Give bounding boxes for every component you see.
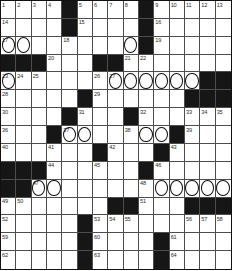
grid-cell[interactable] <box>32 233 47 251</box>
grid-cell[interactable] <box>62 233 77 251</box>
grid-cell[interactable] <box>200 162 215 180</box>
circle-marker <box>78 127 91 143</box>
grid-cell[interactable] <box>16 251 31 269</box>
grid-cell[interactable] <box>170 108 185 126</box>
clue-number: 14 <box>2 19 8 25</box>
grid-cell[interactable] <box>108 251 123 269</box>
grid-cell[interactable]: 10 <box>170 1 185 19</box>
grid-cell[interactable]: 29 <box>93 90 108 108</box>
grid-cell[interactable] <box>93 108 108 126</box>
grid-cell[interactable]: 48 <box>139 180 154 198</box>
grid-cell[interactable] <box>78 144 93 162</box>
grid-cell[interactable] <box>200 144 215 162</box>
grid-cell[interactable] <box>62 180 77 198</box>
black-square <box>108 55 123 73</box>
grid-cell[interactable] <box>32 90 47 108</box>
grid-cell[interactable]: 38 <box>124 126 139 144</box>
grid-cell[interactable] <box>200 126 215 144</box>
grid-cell[interactable] <box>78 162 93 180</box>
grid-cell[interactable] <box>124 162 139 180</box>
grid-cell[interactable] <box>216 251 231 269</box>
grid-cell[interactable]: 13 <box>216 1 231 19</box>
clue-number: 12 <box>201 2 207 8</box>
grid-cell[interactable] <box>185 162 200 180</box>
grid-cell[interactable] <box>93 198 108 216</box>
grid-cell[interactable]: 11 <box>185 1 200 19</box>
clue-number: 60 <box>94 234 100 240</box>
black-square <box>200 90 215 108</box>
grid-cell[interactable] <box>185 37 200 55</box>
clue-number: 20 <box>48 55 54 61</box>
black-square <box>16 180 31 198</box>
grid-cell[interactable] <box>139 215 154 233</box>
circle-marker <box>216 180 230 196</box>
grid-cell[interactable]: 6 <box>93 1 108 19</box>
clue-number: 13 <box>217 2 223 8</box>
black-square <box>32 55 47 73</box>
grid-cell[interactable]: 51 <box>139 198 154 216</box>
grid-cell[interactable]: 58 <box>216 215 231 233</box>
clue-number: 29 <box>94 91 100 97</box>
grid-cell[interactable] <box>154 215 169 233</box>
grid-cell[interactable]: 40 <box>1 144 16 162</box>
clue-number: 6 <box>94 2 97 8</box>
clue-number: 56 <box>186 216 192 222</box>
grid-cell[interactable]: 28 <box>1 90 16 108</box>
grid-cell[interactable] <box>124 37 139 55</box>
circle-marker <box>124 37 137 53</box>
grid-cell[interactable] <box>216 19 231 37</box>
grid-cell[interactable] <box>47 215 62 233</box>
circle-marker <box>139 127 152 143</box>
grid-cell[interactable] <box>108 90 123 108</box>
clue-number: 53 <box>94 216 100 222</box>
grid-cell[interactable] <box>47 19 62 37</box>
grid-cell[interactable] <box>108 162 123 180</box>
clue-number: 33 <box>186 109 192 115</box>
grid-cell[interactable] <box>62 144 77 162</box>
grid-cell[interactable]: 56 <box>185 215 200 233</box>
grid-cell[interactable]: 34 <box>200 108 215 126</box>
grid-cell[interactable]: 27 <box>108 72 123 90</box>
grid-cell[interactable] <box>16 37 31 55</box>
grid-cell[interactable] <box>32 251 47 269</box>
grid-cell[interactable]: 60 <box>93 233 108 251</box>
grid-cell[interactable] <box>78 55 93 73</box>
crossword-board: 1234567891011121314151617181920212223242… <box>0 0 233 271</box>
grid-cell[interactable] <box>124 144 139 162</box>
black-square <box>93 55 108 73</box>
grid-cell[interactable] <box>62 215 77 233</box>
grid-cell[interactable]: 31 <box>78 108 93 126</box>
grid-cell[interactable]: 1 <box>1 1 16 19</box>
clue-number: 28 <box>2 91 8 97</box>
grid-cell[interactable] <box>154 90 169 108</box>
grid-cell[interactable] <box>62 90 77 108</box>
grid-cell[interactable] <box>139 72 154 90</box>
grid-cell[interactable] <box>124 233 139 251</box>
grid-cell[interactable] <box>170 162 185 180</box>
grid-cell[interactable] <box>47 198 62 216</box>
black-square <box>16 55 31 73</box>
clue-number: 55 <box>125 216 131 222</box>
circle-marker <box>124 73 137 89</box>
grid-cell[interactable]: 63 <box>93 251 108 269</box>
grid-cell[interactable]: 45 <box>93 162 108 180</box>
grid-cell[interactable] <box>185 19 200 37</box>
black-square <box>139 162 154 180</box>
black-square <box>139 37 154 55</box>
grid-cell[interactable] <box>200 180 215 198</box>
black-square <box>78 233 93 251</box>
grid-cell[interactable] <box>47 90 62 108</box>
grid-cell[interactable]: 59 <box>1 233 16 251</box>
grid-cell[interactable]: 43 <box>170 144 185 162</box>
grid-cell[interactable] <box>185 144 200 162</box>
grid-cell[interactable] <box>200 55 215 73</box>
grid-cell[interactable] <box>47 72 62 90</box>
grid-cell[interactable]: 25 <box>32 72 47 90</box>
clue-number: 19 <box>155 37 161 43</box>
grid-cell[interactable] <box>32 126 47 144</box>
grid-cell[interactable] <box>62 198 77 216</box>
clue-number: 36 <box>2 127 8 133</box>
clue-number: 22 <box>140 55 146 61</box>
grid-cell[interactable] <box>124 251 139 269</box>
circle-marker <box>155 127 168 143</box>
grid-cell[interactable]: 26 <box>93 72 108 90</box>
grid-cell[interactable] <box>185 72 200 90</box>
grid-cell[interactable] <box>139 144 154 162</box>
black-square <box>1 162 16 180</box>
grid-cell[interactable] <box>62 55 77 73</box>
grid-cell[interactable]: 62 <box>1 251 16 269</box>
circle-marker <box>155 180 168 196</box>
black-square <box>185 198 200 216</box>
black-square <box>216 90 231 108</box>
clue-number: 62 <box>2 252 8 258</box>
grid-cell[interactable] <box>108 126 123 144</box>
clue-number: 24 <box>17 73 23 79</box>
clue-number: 2 <box>17 2 20 8</box>
grid-cell[interactable] <box>32 198 47 216</box>
grid-cell[interactable] <box>124 90 139 108</box>
grid-cell[interactable] <box>78 180 93 198</box>
grid-cell[interactable] <box>216 55 231 73</box>
grid-cell[interactable] <box>185 251 200 269</box>
grid-cell[interactable] <box>47 108 62 126</box>
clue-number: 8 <box>125 2 128 8</box>
clue-number: 64 <box>171 252 177 258</box>
grid-cell[interactable] <box>200 251 215 269</box>
grid-cell[interactable] <box>139 233 154 251</box>
grid-cell[interactable] <box>16 90 31 108</box>
black-square <box>216 72 231 90</box>
grid-cell[interactable] <box>200 19 215 37</box>
clue-number: 4 <box>48 2 51 8</box>
grid-cell[interactable] <box>170 198 185 216</box>
clue-number: 63 <box>94 252 100 258</box>
grid-cell[interactable]: 15 <box>78 19 93 37</box>
grid-cell[interactable]: 49 <box>1 198 16 216</box>
grid-cell[interactable]: 55 <box>124 215 139 233</box>
black-square <box>185 90 200 108</box>
black-square <box>200 198 215 216</box>
clue-number: 18 <box>63 37 69 43</box>
clue-number: 45 <box>94 162 100 168</box>
grid-cell[interactable] <box>108 19 123 37</box>
clue-number: 1 <box>2 2 5 8</box>
clue-number: 42 <box>109 144 115 150</box>
grid-cell[interactable]: 18 <box>62 37 77 55</box>
clue-number: 59 <box>2 234 8 240</box>
grid-cell[interactable]: 53 <box>93 215 108 233</box>
clue-number: 15 <box>79 19 85 25</box>
clue-number: 57 <box>201 216 207 222</box>
clue-number: 61 <box>171 234 177 240</box>
clue-number: 39 <box>186 127 192 133</box>
grid-cell[interactable] <box>93 37 108 55</box>
clue-number: 34 <box>201 109 207 115</box>
grid-cell[interactable]: 20 <box>47 55 62 73</box>
grid-cell[interactable] <box>170 37 185 55</box>
circle-marker <box>185 180 198 196</box>
grid-cell[interactable]: 57 <box>200 215 215 233</box>
clue-number: 17 <box>2 37 8 43</box>
grid-cell[interactable]: 54 <box>108 215 123 233</box>
clue-number: 35 <box>217 109 223 115</box>
clue-number: 58 <box>217 216 223 222</box>
clue-number: 7 <box>109 2 112 8</box>
circle-marker <box>170 180 183 196</box>
clue-number: 44 <box>48 162 54 168</box>
grid-cell[interactable] <box>16 19 31 37</box>
black-square <box>139 19 154 37</box>
circle-marker <box>170 73 183 89</box>
grid-cell[interactable] <box>32 144 47 162</box>
grid-cell[interactable] <box>16 215 31 233</box>
black-square <box>154 144 169 162</box>
grid-cell[interactable]: 42 <box>108 144 123 162</box>
grid-cell[interactable] <box>32 215 47 233</box>
grid-cell[interactable] <box>62 251 77 269</box>
grid-cell[interactable]: 5 <box>78 1 93 19</box>
grid-cell[interactable] <box>216 144 231 162</box>
grid-cell[interactable] <box>108 233 123 251</box>
clue-number: 25 <box>33 73 39 79</box>
grid-cell[interactable] <box>170 72 185 90</box>
circle-marker <box>185 73 198 89</box>
clue-number: 48 <box>140 180 146 186</box>
grid-cell[interactable] <box>108 37 123 55</box>
grid-cell[interactable]: 30 <box>1 108 16 126</box>
clue-number: 51 <box>140 198 146 204</box>
black-square <box>154 233 169 251</box>
grid-cell[interactable] <box>185 55 200 73</box>
black-square <box>47 126 62 144</box>
circle-marker <box>139 73 152 89</box>
black-square <box>124 198 139 216</box>
clue-number: 16 <box>155 19 161 25</box>
grid-cell[interactable]: 2 <box>16 1 31 19</box>
grid-cell[interactable] <box>154 72 169 90</box>
grid-cell[interactable] <box>139 251 154 269</box>
grid-cell[interactable] <box>78 37 93 55</box>
grid-cell[interactable]: 12 <box>200 1 215 19</box>
grid-cell[interactable]: 47 <box>32 180 47 198</box>
clue-number: 50 <box>17 198 23 204</box>
grid-cell[interactable] <box>32 108 47 126</box>
grid-cell[interactable]: 33 <box>185 108 200 126</box>
grid-cell[interactable] <box>16 233 31 251</box>
black-square <box>78 90 93 108</box>
black-square <box>78 215 93 233</box>
grid-cell[interactable]: 50 <box>16 198 31 216</box>
grid-cell[interactable] <box>32 37 47 55</box>
grid-cell[interactable] <box>154 198 169 216</box>
grid-cell[interactable] <box>93 126 108 144</box>
grid-cell[interactable]: 8 <box>124 1 139 19</box>
grid-cell[interactable] <box>62 162 77 180</box>
grid-cell[interactable]: 16 <box>154 19 169 37</box>
grid-cell[interactable]: 44 <box>47 162 62 180</box>
grid-cell[interactable] <box>32 19 47 37</box>
clue-number: 23 <box>2 73 8 79</box>
grid-cell[interactable] <box>124 72 139 90</box>
grid-cell[interactable]: 22 <box>139 55 154 73</box>
clue-number: 5 <box>79 2 82 8</box>
grid-cell[interactable] <box>78 72 93 90</box>
grid-cell[interactable] <box>16 108 31 126</box>
grid-cell[interactable]: 9 <box>154 1 169 19</box>
black-square <box>16 162 31 180</box>
grid-cell[interactable] <box>139 90 154 108</box>
grid-cell[interactable]: 64 <box>170 251 185 269</box>
clue-number: 47 <box>33 180 39 186</box>
grid-cell[interactable] <box>47 37 62 55</box>
clue-number: 10 <box>171 2 177 8</box>
black-square <box>124 108 139 126</box>
grid-cell[interactable] <box>170 180 185 198</box>
clue-number: 38 <box>125 127 131 133</box>
grid-cell[interactable]: 14 <box>1 19 16 37</box>
grid-cell[interactable] <box>47 233 62 251</box>
clue-number: 41 <box>48 144 54 150</box>
grid-cell[interactable] <box>154 55 169 73</box>
grid-cell[interactable] <box>216 126 231 144</box>
black-square <box>200 72 215 90</box>
grid-cell[interactable]: 61 <box>170 233 185 251</box>
grid-cell[interactable] <box>216 180 231 198</box>
grid-cell[interactable]: 23 <box>1 72 16 90</box>
black-square <box>78 251 93 269</box>
circle-marker <box>47 180 60 196</box>
grid-cell[interactable] <box>78 198 93 216</box>
grid-cell[interactable] <box>93 19 108 37</box>
grid-cell[interactable]: 46 <box>154 162 169 180</box>
grid-cell[interactable] <box>78 126 93 144</box>
grid-cell[interactable] <box>170 215 185 233</box>
grid-cell[interactable] <box>47 180 62 198</box>
grid-cell[interactable] <box>200 233 215 251</box>
grid-cell[interactable]: 7 <box>108 1 123 19</box>
grid-cell[interactable]: 37 <box>62 126 77 144</box>
grid-cell[interactable]: 52 <box>1 215 16 233</box>
grid-cell[interactable]: 36 <box>1 126 16 144</box>
grid-cell[interactable] <box>185 180 200 198</box>
circle-marker <box>155 73 168 89</box>
black-square <box>62 19 77 37</box>
black-square <box>108 198 123 216</box>
clue-number: 43 <box>171 144 177 150</box>
clue-number: 32 <box>140 109 146 115</box>
circle-marker <box>201 180 214 196</box>
grid-cell[interactable] <box>216 233 231 251</box>
clue-number: 52 <box>2 216 8 222</box>
grid-cell[interactable]: 21 <box>124 55 139 73</box>
clue-number: 30 <box>2 109 8 115</box>
grid-cell[interactable]: 39 <box>185 126 200 144</box>
grid-cell[interactable] <box>16 144 31 162</box>
grid-cell[interactable] <box>154 108 169 126</box>
black-square <box>93 144 108 162</box>
grid-cell[interactable]: 19 <box>154 37 169 55</box>
black-square <box>32 162 47 180</box>
grid-cell[interactable]: 24 <box>16 72 31 90</box>
grid-cell[interactable] <box>185 233 200 251</box>
clue-number: 11 <box>186 2 191 8</box>
clue-number: 26 <box>94 73 100 79</box>
black-square <box>1 55 16 73</box>
black-square <box>1 180 16 198</box>
grid-cell[interactable]: 17 <box>1 37 16 55</box>
grid-cell[interactable] <box>62 72 77 90</box>
clue-number: 27 <box>109 73 115 79</box>
clue-number: 9 <box>155 2 158 8</box>
grid-cell[interactable] <box>170 19 185 37</box>
grid-cell[interactable] <box>170 55 185 73</box>
grid-cell[interactable]: 3 <box>32 1 47 19</box>
grid-cell[interactable] <box>216 162 231 180</box>
grid-cell[interactable] <box>108 108 123 126</box>
black-square <box>62 108 77 126</box>
grid-cell[interactable]: 35 <box>216 108 231 126</box>
clue-number: 21 <box>125 55 131 61</box>
clue-number: 49 <box>2 198 8 204</box>
grid-cell[interactable] <box>200 37 215 55</box>
grid-cell[interactable]: 32 <box>139 108 154 126</box>
grid-cell[interactable] <box>139 126 154 144</box>
grid-cell[interactable] <box>154 180 169 198</box>
grid-cell[interactable] <box>216 37 231 55</box>
clue-number: 31 <box>79 109 85 115</box>
grid-cell[interactable] <box>170 90 185 108</box>
grid-cell[interactable] <box>16 126 31 144</box>
grid-cell[interactable]: 41 <box>47 144 62 162</box>
circle-marker <box>17 37 30 53</box>
clue-number: 37 <box>63 127 69 133</box>
grid-cell[interactable] <box>124 19 139 37</box>
black-square <box>62 1 77 19</box>
grid-cell[interactable] <box>93 180 108 198</box>
grid-cell[interactable]: 4 <box>47 1 62 19</box>
black-square <box>170 126 185 144</box>
grid-cell[interactable] <box>108 180 123 198</box>
clue-number: 46 <box>155 162 161 168</box>
grid-cell[interactable] <box>154 126 169 144</box>
grid-cell[interactable] <box>47 251 62 269</box>
grid-cell[interactable] <box>124 180 139 198</box>
